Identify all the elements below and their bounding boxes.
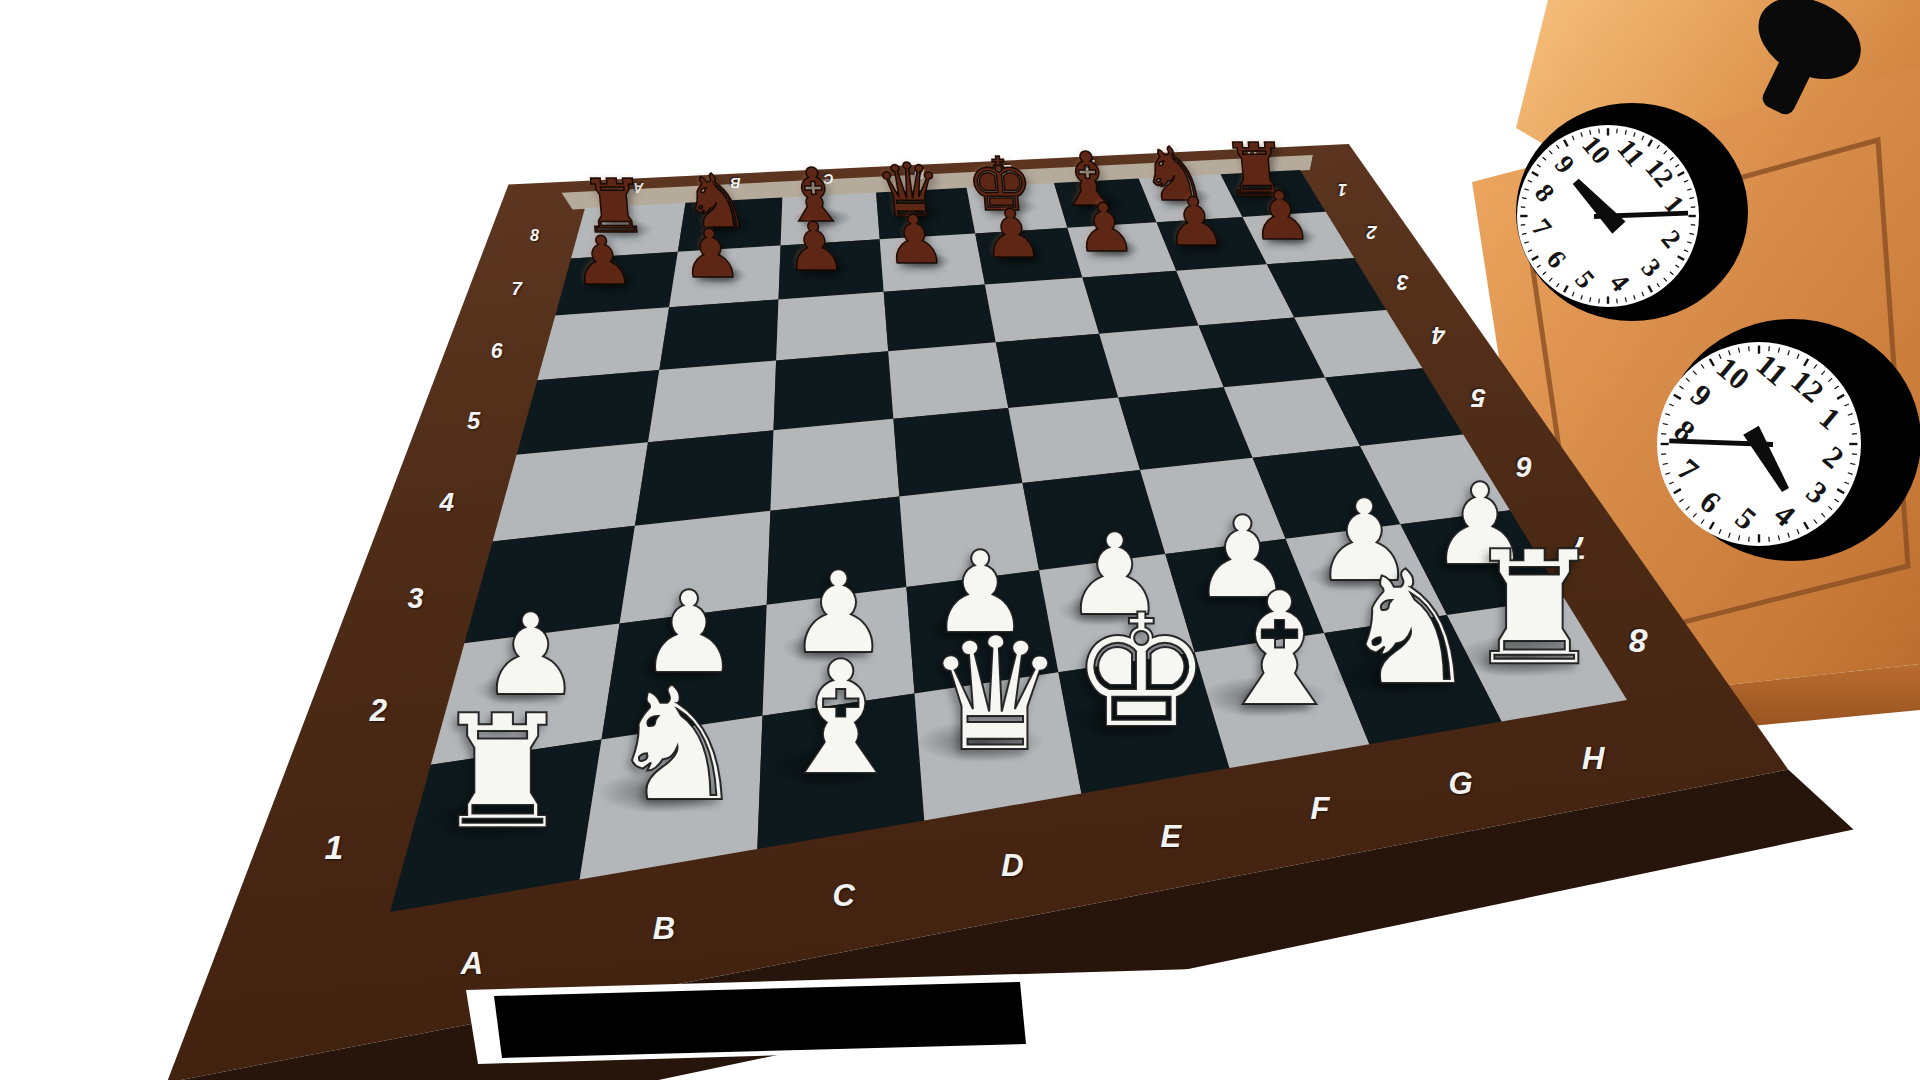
piece-white-knight-g1[interactable]: ♞ xyxy=(1340,550,1481,707)
piece-white-bishop-f1[interactable]: ♝ xyxy=(1209,571,1350,728)
piece-white-queen-d1[interactable]: ♛ xyxy=(925,616,1066,773)
piece-black-pawn-d7[interactable]: ♟ xyxy=(882,208,948,275)
piece-black-pawn-e7[interactable]: ♟ xyxy=(979,201,1045,268)
piece-white-rook-a1[interactable]: ♜ xyxy=(432,694,573,851)
game-scene: 8765432112345678ABCDEFGHABCDEFGH ♜♞♝♛♚♝♞… xyxy=(0,0,1920,1080)
piece-black-pawn-h7[interactable]: ♟ xyxy=(1248,184,1314,251)
piece-white-rook-h1[interactable]: ♜ xyxy=(1464,531,1605,688)
piece-black-pawn-b7[interactable]: ♟ xyxy=(678,222,744,289)
piece-white-king-e1[interactable]: ♚ xyxy=(1071,593,1212,750)
piece-white-bishop-c1[interactable]: ♝ xyxy=(770,641,911,798)
piece-white-knight-b1[interactable]: ♞ xyxy=(606,667,747,824)
piece-black-pawn-f7[interactable]: ♟ xyxy=(1072,195,1138,262)
piece-black-pawn-g7[interactable]: ♟ xyxy=(1162,189,1228,256)
pieces-layer: ♜♞♝♛♚♝♞♜♟♟♟♟♟♟♟♟♟♟♟♟♟♟♟♟♜♞♝♛♚♝♞♜ xyxy=(0,0,1920,1080)
piece-black-pawn-c7[interactable]: ♟ xyxy=(782,215,848,282)
piece-black-pawn-a7[interactable]: ♟ xyxy=(570,229,636,296)
